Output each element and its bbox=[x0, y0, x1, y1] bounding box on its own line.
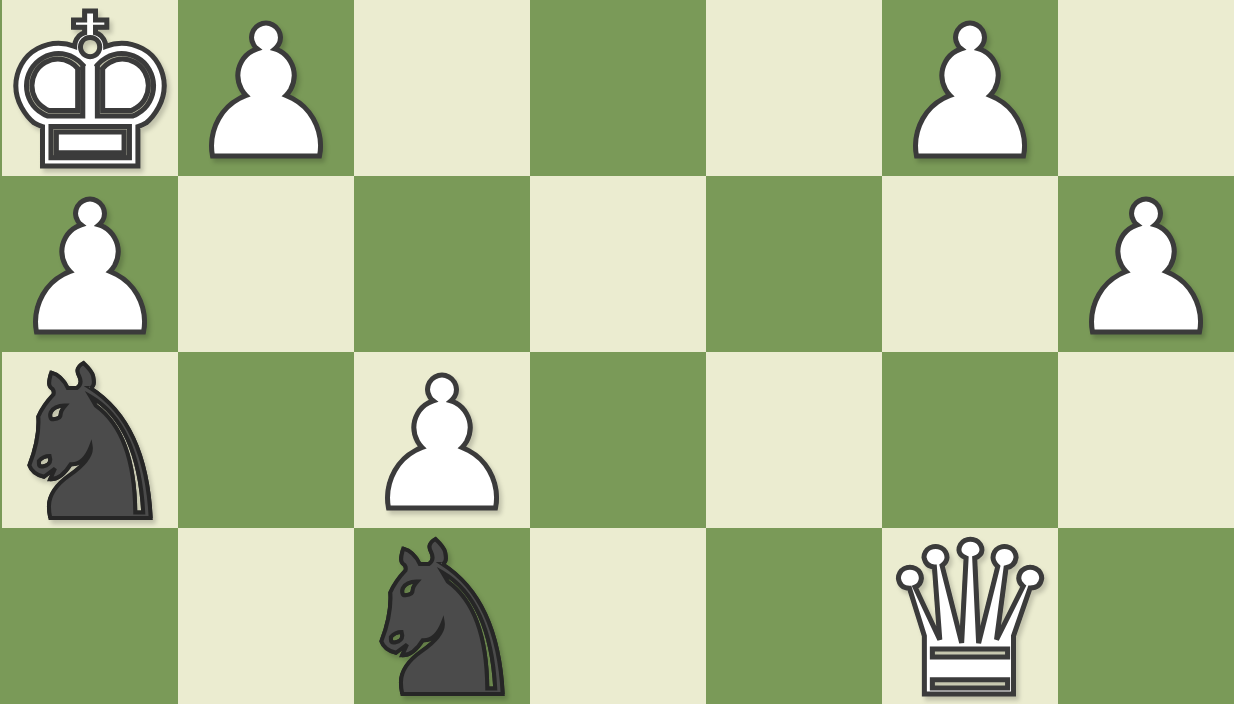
square-f4[interactable] bbox=[706, 528, 882, 704]
black-knight[interactable]: ♞ bbox=[347, 533, 537, 704]
square-f7[interactable] bbox=[706, 0, 882, 176]
square-c4[interactable] bbox=[178, 528, 354, 704]
square-h7[interactable] bbox=[1058, 0, 1234, 176]
white-pawn[interactable]: ♟ bbox=[888, 5, 1051, 181]
white-king[interactable]: ♚ bbox=[0, 5, 185, 181]
square-e5[interactable] bbox=[530, 352, 706, 528]
square-b5[interactable]: ♞ bbox=[2, 352, 178, 528]
square-d4[interactable]: ♞ bbox=[354, 528, 530, 704]
square-c6[interactable] bbox=[178, 176, 354, 352]
black-knight[interactable]: ♞ bbox=[0, 357, 185, 533]
square-b7[interactable]: ♚ bbox=[2, 0, 178, 176]
square-g7[interactable]: ♟ bbox=[882, 0, 1058, 176]
white-queen[interactable]: ♛ bbox=[875, 533, 1065, 704]
square-g6[interactable] bbox=[882, 176, 1058, 352]
square-c7[interactable]: ♟ bbox=[178, 0, 354, 176]
square-b4[interactable] bbox=[2, 528, 178, 704]
square-c5[interactable] bbox=[178, 352, 354, 528]
chess-board: ♚♟♟♟♟♞♟♞♛ bbox=[2, 0, 1234, 704]
square-d6[interactable] bbox=[354, 176, 530, 352]
square-e6[interactable] bbox=[530, 176, 706, 352]
square-h4[interactable] bbox=[1058, 528, 1234, 704]
square-h5[interactable] bbox=[1058, 352, 1234, 528]
square-e7[interactable] bbox=[530, 0, 706, 176]
square-g4[interactable]: ♛ bbox=[882, 528, 1058, 704]
square-e4[interactable] bbox=[530, 528, 706, 704]
board-viewport: ♚♟♟♟♟♞♟♞♛ bbox=[0, 0, 1234, 704]
square-f6[interactable] bbox=[706, 176, 882, 352]
white-pawn[interactable]: ♟ bbox=[1064, 181, 1227, 357]
square-f5[interactable] bbox=[706, 352, 882, 528]
square-d7[interactable] bbox=[354, 0, 530, 176]
white-pawn[interactable]: ♟ bbox=[184, 5, 347, 181]
square-h6[interactable]: ♟ bbox=[1058, 176, 1234, 352]
